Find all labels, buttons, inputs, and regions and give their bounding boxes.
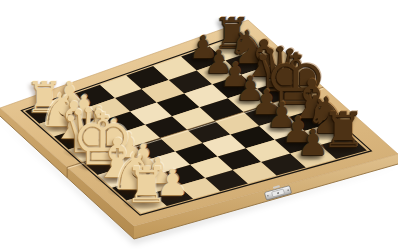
chess-board — [0, 0, 400, 249]
chess-set-photo: ♜♞♝♛♚♝♞♜♟♟♟♟♟♟♟♟♟♟♟♟♟♟♟♟♜♞♝♛♚♝♞♜ — [0, 0, 400, 249]
